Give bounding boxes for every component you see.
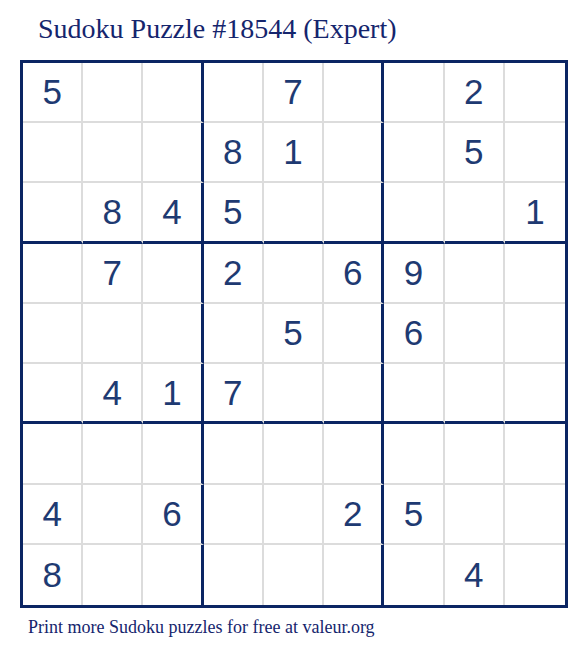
cell-r1c2 (83, 63, 143, 123)
cell-r6c9 (505, 364, 565, 424)
given-digit-r1c8: 2 (445, 63, 505, 123)
cell-r2c2 (83, 123, 143, 183)
cell-r1c6 (324, 63, 384, 123)
given-digit-r3c2: 8 (83, 183, 143, 243)
cell-r9c3 (143, 545, 203, 605)
cell-r6c5 (264, 364, 324, 424)
cell-r5c6 (324, 304, 384, 364)
cell-r4c1 (23, 244, 83, 304)
cell-r5c4 (204, 304, 264, 364)
cell-r2c9 (505, 123, 565, 183)
given-digit-r5c7: 6 (384, 304, 444, 364)
cell-r8c5 (264, 485, 324, 545)
given-digit-r9c8: 4 (445, 545, 505, 605)
cell-r8c2 (83, 485, 143, 545)
cell-r7c1 (23, 424, 83, 484)
cell-r3c6 (324, 183, 384, 243)
cell-r1c9 (505, 63, 565, 123)
cell-r3c8 (445, 183, 505, 243)
cell-r2c6 (324, 123, 384, 183)
cell-r7c8 (445, 424, 505, 484)
cell-r8c8 (445, 485, 505, 545)
sudoku-board: 5728158451726956417462584 (20, 60, 568, 608)
cell-r3c1 (23, 183, 83, 243)
cell-r7c5 (264, 424, 324, 484)
cell-r7c2 (83, 424, 143, 484)
cell-r5c3 (143, 304, 203, 364)
cell-r9c6 (324, 545, 384, 605)
cell-r4c3 (143, 244, 203, 304)
cell-r5c1 (23, 304, 83, 364)
cell-r3c5 (264, 183, 324, 243)
given-digit-r3c9: 1 (505, 183, 565, 243)
cell-r6c7 (384, 364, 444, 424)
cell-r8c4 (204, 485, 264, 545)
given-digit-r1c1: 5 (23, 63, 83, 123)
cell-r6c6 (324, 364, 384, 424)
cell-r5c2 (83, 304, 143, 364)
cell-r7c3 (143, 424, 203, 484)
cell-r8c9 (505, 485, 565, 545)
cell-r6c8 (445, 364, 505, 424)
cell-r2c7 (384, 123, 444, 183)
cell-r9c2 (83, 545, 143, 605)
given-digit-r4c7: 9 (384, 244, 444, 304)
cell-r7c4 (204, 424, 264, 484)
page-title: Sudoku Puzzle #18544 (Expert) (38, 12, 397, 46)
cell-r9c9 (505, 545, 565, 605)
given-digit-r4c2: 7 (83, 244, 143, 304)
cell-r5c8 (445, 304, 505, 364)
cell-r9c4 (204, 545, 264, 605)
cell-r7c6 (324, 424, 384, 484)
given-digit-r8c1: 4 (23, 485, 83, 545)
given-digit-r8c7: 5 (384, 485, 444, 545)
given-digit-r2c5: 1 (264, 123, 324, 183)
cell-r2c3 (143, 123, 203, 183)
cell-r2c1 (23, 123, 83, 183)
footer-text: Print more Sudoku puzzles for free at va… (28, 615, 375, 639)
cell-r9c7 (384, 545, 444, 605)
cell-r9c5 (264, 545, 324, 605)
cell-r6c1 (23, 364, 83, 424)
given-digit-r2c8: 5 (445, 123, 505, 183)
given-digit-r8c3: 6 (143, 485, 203, 545)
cell-r4c5 (264, 244, 324, 304)
given-digit-r2c4: 8 (204, 123, 264, 183)
given-digit-r3c4: 5 (204, 183, 264, 243)
cell-r1c3 (143, 63, 203, 123)
given-digit-r6c3: 1 (143, 364, 203, 424)
given-digit-r4c6: 6 (324, 244, 384, 304)
given-digit-r6c4: 7 (204, 364, 264, 424)
cell-r3c7 (384, 183, 444, 243)
cell-r1c7 (384, 63, 444, 123)
given-digit-r9c1: 8 (23, 545, 83, 605)
given-digit-r1c5: 7 (264, 63, 324, 123)
given-digit-r3c3: 4 (143, 183, 203, 243)
given-digit-r4c4: 2 (204, 244, 264, 304)
given-digit-r6c2: 4 (83, 364, 143, 424)
cell-r1c4 (204, 63, 264, 123)
cell-r4c9 (505, 244, 565, 304)
given-digit-r8c6: 2 (324, 485, 384, 545)
cell-r7c7 (384, 424, 444, 484)
cell-r7c9 (505, 424, 565, 484)
given-digit-r5c5: 5 (264, 304, 324, 364)
cell-r4c8 (445, 244, 505, 304)
cell-r5c9 (505, 304, 565, 364)
